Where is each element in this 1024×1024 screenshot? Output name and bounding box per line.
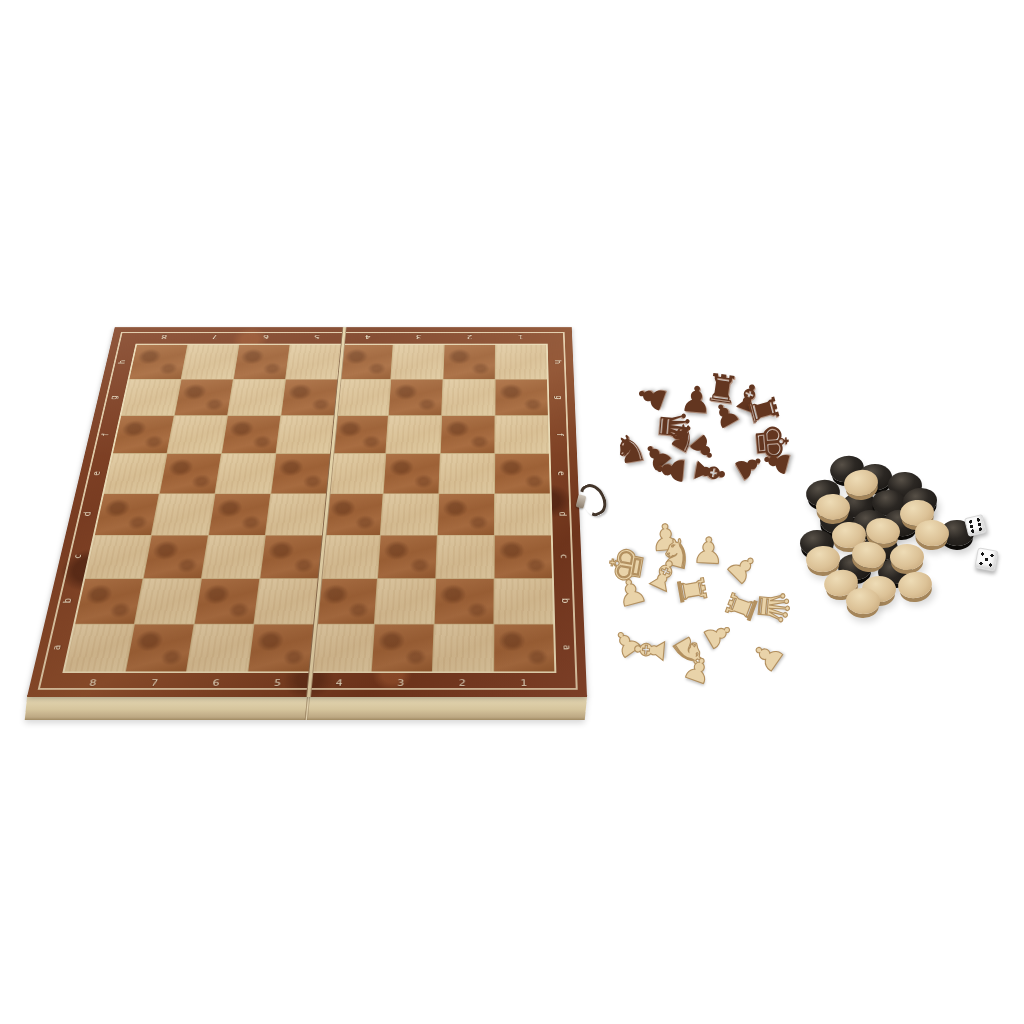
chess-piece-dark-knight: ♞ [610, 427, 650, 470]
chess-piece-dark-rook: ♜ [742, 390, 785, 430]
coordinate-label: 2 [444, 331, 495, 343]
coordinate-label: 8 [137, 331, 190, 343]
board-top: 8765432187654321hgfedcbahgfedcba [27, 327, 587, 697]
chess-piece-dark-pawn: ♟ [728, 446, 770, 487]
board-square [371, 624, 433, 671]
board-square [436, 535, 494, 578]
chess-piece-dark-pawn: ♟ [652, 452, 691, 487]
checker-black [838, 554, 872, 580]
checker-wood [914, 518, 951, 547]
coordinate-label: d [57, 507, 117, 522]
coordinate-label: 3 [393, 331, 445, 343]
chess-piece-light-rook: ♜ [720, 586, 765, 629]
chess-piece-dark-pawn: ♟ [678, 381, 713, 420]
chess-piece-dark-rook: ♜ [703, 368, 742, 410]
board-square [438, 494, 494, 535]
coordinate-label: 7 [122, 674, 187, 692]
chess-piece-light-bishop: ♝ [628, 630, 671, 669]
chess-piece-light-pawn: ♟ [648, 519, 683, 558]
board-square [378, 535, 437, 578]
coordinate-label: 5 [291, 331, 343, 343]
chess-piece-light-pawn: ♟ [745, 634, 790, 678]
checker-black [871, 489, 907, 518]
coordinate-label: e [67, 466, 125, 480]
chess-piece-light-bishop: ♝ [639, 549, 688, 600]
coordinate-label: g [533, 391, 586, 404]
checker-wood [842, 468, 880, 499]
board-square [442, 380, 495, 416]
coordinate-label: 4 [308, 674, 371, 692]
checker-wood [805, 545, 840, 573]
board-square [249, 624, 314, 671]
board-square [152, 494, 215, 535]
product-photo: 8765432187654321hgfedcbahgfedcba ♞♟♟♜♝♜♚… [0, 0, 1024, 1024]
chess-piece-dark-pawn: ♟ [635, 435, 678, 478]
chess-piece-dark-queen: ♛ [651, 406, 696, 447]
checker-black [862, 531, 900, 563]
board-square [160, 454, 221, 493]
chess-piece-light-queen: ♛ [750, 586, 795, 627]
checker-black [800, 529, 835, 556]
checker-black [819, 506, 856, 536]
coordinate-label: a [24, 639, 88, 656]
checker-wood [864, 516, 901, 546]
board-square [433, 624, 494, 671]
chess-piece-light-knight: ♞ [656, 530, 699, 576]
board-square [319, 535, 379, 578]
board-square [286, 345, 341, 379]
board-square [383, 454, 439, 493]
coordinate-label: b [536, 593, 596, 609]
chess-piece-light-knight: ♞ [665, 627, 714, 677]
coordinate-label: e [534, 466, 590, 480]
board-square [234, 345, 290, 379]
checker-black [804, 477, 842, 509]
board-square [277, 416, 334, 453]
board-square [315, 579, 377, 624]
board-square [209, 494, 270, 535]
board-square [175, 380, 233, 416]
clasp-latch [574, 480, 608, 520]
board-square [388, 380, 442, 416]
checker-black [852, 509, 888, 537]
board-square [144, 535, 208, 578]
board-square [439, 454, 494, 493]
board-square [335, 380, 390, 416]
board-square [126, 624, 194, 671]
checker-black [858, 464, 892, 491]
coordinate-label: 6 [240, 331, 293, 343]
coordinate-label: h [532, 356, 584, 368]
checker-black [902, 486, 939, 515]
checker-black [887, 471, 922, 499]
board-square [391, 345, 444, 379]
checker-wood [845, 587, 880, 615]
chess-piece-dark-bishop: ♝ [727, 376, 770, 421]
board-square [187, 624, 253, 671]
chess-piece-dark-pawn: ♟ [630, 377, 672, 417]
board-square [272, 454, 331, 493]
board-square [195, 579, 260, 624]
coordinate-label: 4 [342, 331, 394, 343]
checker-wood [831, 521, 867, 550]
board-square [135, 579, 201, 624]
coordinate-label: a [537, 639, 598, 656]
checker-wood [896, 569, 934, 601]
coordinate-label: g [85, 391, 141, 404]
chess-piece-light-pawn: ♟ [691, 532, 725, 570]
coordinate-label: c [535, 549, 593, 564]
board-square [386, 416, 441, 453]
chess-piece-dark-pawn: ♟ [757, 444, 795, 480]
checker-wood [899, 498, 936, 528]
board-square [282, 380, 338, 416]
coordinate-label: 1 [493, 674, 555, 692]
fold-gap [305, 696, 310, 720]
checker-black [828, 453, 867, 486]
coordinate-label: h [94, 356, 148, 368]
board-square [443, 345, 495, 379]
chessboard: 8765432187654321hgfedcbahgfedcba [27, 327, 623, 697]
board-square [182, 345, 239, 379]
coordinate-label: 3 [369, 674, 431, 692]
board-square [261, 535, 323, 578]
checker-black [840, 490, 877, 520]
coordinate-label: 8 [60, 674, 125, 692]
board-square [380, 494, 438, 535]
board-square [216, 454, 276, 493]
coordinate-label: f [76, 428, 133, 441]
chess-piece-dark-pawn: ♟ [684, 428, 724, 468]
checker-black [882, 508, 920, 539]
chess-piece-dark-bishop: ♝ [687, 451, 733, 493]
chess-piece-dark-pawn: ♟ [706, 395, 744, 434]
checker-wood [862, 576, 896, 603]
board-square [339, 345, 393, 379]
board-square [327, 454, 385, 493]
board-square [375, 579, 436, 624]
checker-wood [850, 539, 888, 571]
coordinate-label: f [533, 428, 587, 441]
chess-piece-light-rook: ♜ [671, 571, 712, 609]
coordinate-label: 2 [431, 674, 493, 692]
chess-piece-light-pawn: ♟ [720, 545, 766, 591]
coordinate-label: b [36, 593, 99, 609]
die-6 [964, 514, 987, 537]
checker-black [940, 519, 975, 546]
checker-wood [815, 493, 851, 521]
coordinate-label: 6 [184, 674, 248, 692]
coordinate-label: c [46, 549, 107, 564]
board-square [202, 535, 265, 578]
coordinate-label: 5 [246, 674, 310, 692]
chess-piece-light-pawn: ♟ [679, 650, 717, 690]
chess-piece-dark-king: ♚ [748, 420, 795, 463]
board-square [441, 416, 495, 453]
board-square [222, 416, 281, 453]
chess-piece-light-pawn: ♟ [612, 572, 650, 613]
checker-wood [890, 544, 924, 571]
board-square [323, 494, 382, 535]
board-square [310, 624, 374, 671]
chess-piece-light-pawn: ♟ [605, 622, 647, 665]
board-square [228, 380, 285, 416]
coordinate-label: 1 [495, 331, 546, 343]
board-square [168, 416, 228, 453]
chess-piece-light-pawn: ♟ [697, 615, 739, 656]
coordinate-label: 7 [188, 331, 241, 343]
checker-wood [822, 567, 861, 600]
chess-piece-dark-knight: ♞ [662, 415, 705, 460]
board-square [255, 579, 318, 624]
chess-piece-light-king: ♚ [602, 542, 652, 588]
checker-black [876, 555, 914, 587]
board-side-edge [25, 695, 587, 720]
board-square [331, 416, 387, 453]
board-square [434, 579, 493, 624]
board-square [266, 494, 326, 535]
die-5 [974, 547, 998, 571]
